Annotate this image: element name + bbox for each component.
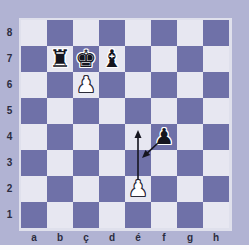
black-bishop-d7: ♝ xyxy=(101,46,123,72)
square-h7[interactable] xyxy=(203,46,229,72)
square-f2[interactable] xyxy=(151,176,177,202)
square-e3[interactable] xyxy=(125,150,151,176)
square-h1[interactable] xyxy=(203,202,229,228)
rank-label-4: 4 xyxy=(0,124,19,150)
square-d3[interactable] xyxy=(99,150,125,176)
file-label-g: g xyxy=(177,232,203,244)
square-e1[interactable] xyxy=(125,202,151,228)
square-b4[interactable] xyxy=(47,124,73,150)
file-label-a: a xyxy=(21,232,47,244)
square-h5[interactable] xyxy=(203,98,229,124)
square-a5[interactable] xyxy=(21,98,47,124)
file-label-f: f xyxy=(151,232,177,244)
square-c4[interactable] xyxy=(73,124,99,150)
file-label-h: h xyxy=(203,232,229,244)
square-f7[interactable] xyxy=(151,46,177,72)
square-a2[interactable] xyxy=(21,176,47,202)
square-g5[interactable] xyxy=(177,98,203,124)
rank-labels: 87654321 xyxy=(0,20,19,228)
square-d2[interactable] xyxy=(99,176,125,202)
square-c7[interactable]: ♚ xyxy=(73,46,99,72)
chess-board: ♜♚♝♟♟♟ xyxy=(21,20,229,228)
black-rook-b7: ♜ xyxy=(49,46,71,72)
board-frame: ♜♚♝♟♟♟ xyxy=(19,18,232,231)
square-d8[interactable] xyxy=(99,20,125,46)
rank-label-8: 8 xyxy=(0,20,19,46)
square-f8[interactable] xyxy=(151,20,177,46)
square-b2[interactable] xyxy=(47,176,73,202)
file-label-e: é xyxy=(125,232,151,244)
square-b3[interactable] xyxy=(47,150,73,176)
square-h3[interactable] xyxy=(203,150,229,176)
file-label-d: d xyxy=(99,232,125,244)
square-b7[interactable]: ♜ xyxy=(47,46,73,72)
square-e7[interactable] xyxy=(125,46,151,72)
rank-label-2: 2 xyxy=(0,176,19,202)
square-f1[interactable] xyxy=(151,202,177,228)
square-a1[interactable] xyxy=(21,202,47,228)
square-c8[interactable] xyxy=(73,20,99,46)
white-pawn-c6: ♟ xyxy=(76,72,96,98)
rank-label-5: 5 xyxy=(0,98,19,124)
square-b5[interactable] xyxy=(47,98,73,124)
square-h8[interactable] xyxy=(203,20,229,46)
square-e2[interactable]: ♟ xyxy=(125,176,151,202)
rank-label-3: 3 xyxy=(0,150,19,176)
file-label-c: ç xyxy=(73,232,99,244)
rank-label-7: 7 xyxy=(0,46,19,72)
square-e5[interactable] xyxy=(125,98,151,124)
square-a7[interactable] xyxy=(21,46,47,72)
square-b1[interactable] xyxy=(47,202,73,228)
square-d5[interactable] xyxy=(99,98,125,124)
square-g6[interactable] xyxy=(177,72,203,98)
file-label-b: b xyxy=(47,232,73,244)
square-d4[interactable] xyxy=(99,124,125,150)
square-h4[interactable] xyxy=(203,124,229,150)
square-f5[interactable] xyxy=(151,98,177,124)
square-e6[interactable] xyxy=(125,72,151,98)
square-g8[interactable] xyxy=(177,20,203,46)
black-pawn-f4: ♟ xyxy=(154,124,174,150)
square-e4[interactable] xyxy=(125,124,151,150)
square-a4[interactable] xyxy=(21,124,47,150)
square-c6[interactable]: ♟ xyxy=(73,72,99,98)
file-labels: abçdéfgh xyxy=(21,232,229,244)
square-f4[interactable]: ♟ xyxy=(151,124,177,150)
square-a3[interactable] xyxy=(21,150,47,176)
square-a6[interactable] xyxy=(21,72,47,98)
square-g7[interactable] xyxy=(177,46,203,72)
square-d1[interactable] xyxy=(99,202,125,228)
square-e8[interactable] xyxy=(125,20,151,46)
square-f6[interactable] xyxy=(151,72,177,98)
square-c1[interactable] xyxy=(73,202,99,228)
square-c3[interactable] xyxy=(73,150,99,176)
white-pawn-e2: ♟ xyxy=(128,176,148,202)
square-b6[interactable] xyxy=(47,72,73,98)
square-f3[interactable] xyxy=(151,150,177,176)
square-g4[interactable] xyxy=(177,124,203,150)
square-d6[interactable] xyxy=(99,72,125,98)
square-h6[interactable] xyxy=(203,72,229,98)
black-king-c7: ♚ xyxy=(75,46,97,72)
rank-label-1: 1 xyxy=(0,202,19,228)
square-b8[interactable] xyxy=(47,20,73,46)
square-g1[interactable] xyxy=(177,202,203,228)
square-a8[interactable] xyxy=(21,20,47,46)
bottom-strip xyxy=(0,245,249,250)
square-g2[interactable] xyxy=(177,176,203,202)
square-c5[interactable] xyxy=(73,98,99,124)
square-d7[interactable]: ♝ xyxy=(99,46,125,72)
square-h2[interactable] xyxy=(203,176,229,202)
chess-diagram: 87654321 ♜♚♝♟♟♟ abçdéfgh xyxy=(0,0,249,250)
square-g3[interactable] xyxy=(177,150,203,176)
rank-label-6: 6 xyxy=(0,72,19,98)
square-c2[interactable] xyxy=(73,176,99,202)
